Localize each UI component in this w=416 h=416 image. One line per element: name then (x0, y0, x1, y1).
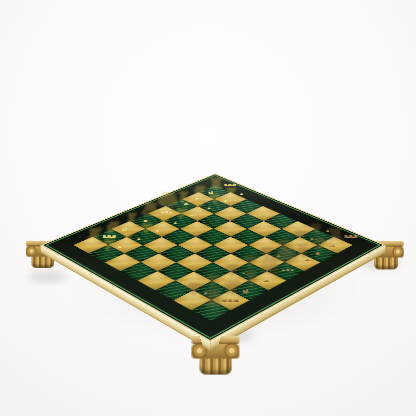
foot-fluted-shaft (374, 258, 398, 270)
board-frame: ♜♟♟♜♞♟♟♞♝♟♟♝♚♟♟♚♛♟♟♛♝♟♟♝♞♟♟♞♜♟♟♜ ♜♟♟♜♞♟♟… (40, 173, 385, 342)
photo-background: ♜♟♟♜♞♟♟♞♝♟♟♝♚♟♟♚♛♟♟♛♝♟♟♝♞♟♟♞♜♟♟♜ ♜♟♟♜♞♟♟… (0, 0, 416, 416)
piece-bronze-rook: ♜ (340, 235, 360, 256)
scene: ♜♟♟♜♞♟♟♞♝♟♟♝♚♟♟♚♛♟♟♛♝♟♟♝♞♟♟♞♜♟♟♜ ♜♟♟♜♞♟♟… (0, 0, 416, 416)
chessboard: ♜♟♟♜♞♟♟♞♝♟♟♝♚♟♟♚♛♟♟♛♝♟♟♝♞♟♟♞♜♟♟♜ ♜♟♟♜♞♟♟… (40, 173, 385, 342)
playing-area: ♜♟♟♜♞♟♟♞♝♟♟♝♚♟♟♚♛♟♟♛♝♟♟♝♞♟♟♞♜♟♟♜ (73, 185, 353, 321)
foot-fluted-shaft (199, 359, 231, 375)
